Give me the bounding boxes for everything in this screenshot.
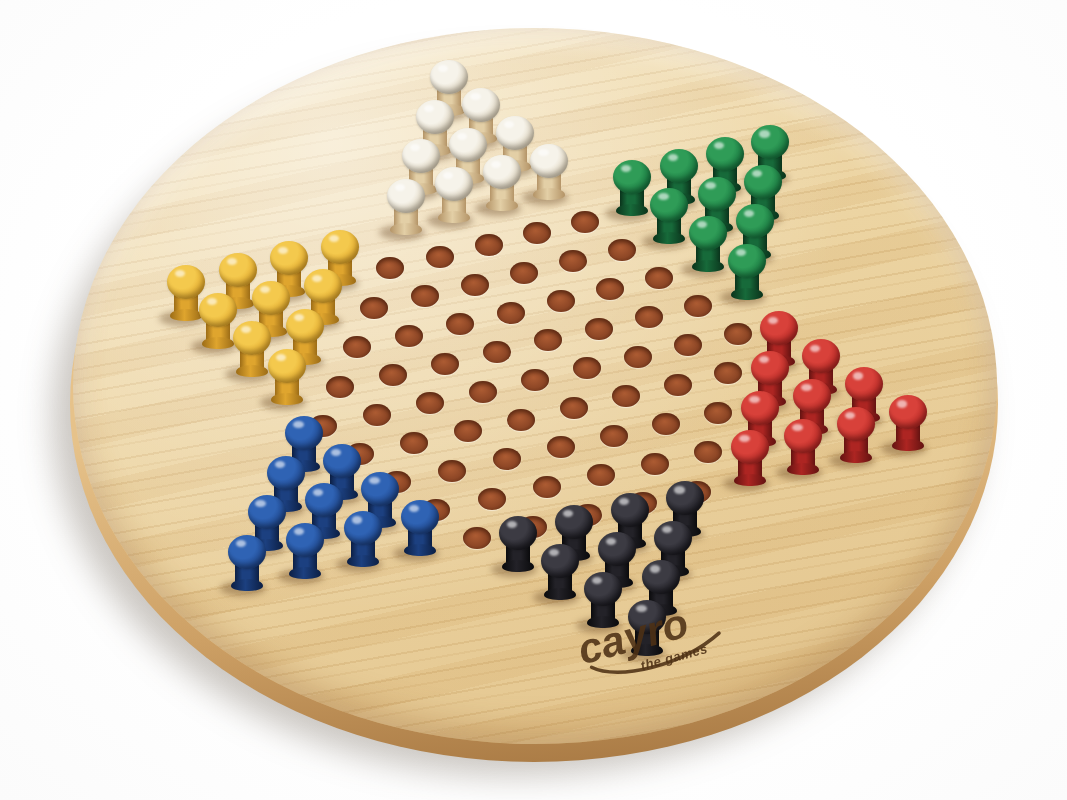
peg-foot <box>692 260 724 272</box>
peg-cap <box>361 472 399 506</box>
peg-cap <box>666 481 704 515</box>
peg-cap <box>584 572 622 606</box>
hole-empty[interactable] <box>478 488 506 510</box>
peg-foot <box>616 204 648 216</box>
peg-foot <box>170 309 202 321</box>
hole-empty[interactable] <box>645 267 673 289</box>
peg-cap <box>736 204 774 238</box>
peg-foot <box>202 337 234 349</box>
hole-empty[interactable] <box>641 453 669 475</box>
peg-cap <box>199 293 237 327</box>
peg-cap <box>751 351 789 385</box>
hole-empty[interactable] <box>559 250 587 272</box>
peg-cap <box>751 125 789 159</box>
peg-cap <box>611 493 649 527</box>
peg-yellow[interactable] <box>233 321 271 377</box>
peg-cap <box>744 165 782 199</box>
hole-empty[interactable] <box>585 318 613 340</box>
hole-empty[interactable] <box>560 397 588 419</box>
peg-foot <box>502 560 534 572</box>
peg-cap <box>530 144 568 178</box>
hole-empty[interactable] <box>587 464 615 486</box>
hole-empty[interactable] <box>704 402 732 424</box>
peg-yellow[interactable] <box>199 293 237 349</box>
hole-empty[interactable] <box>652 413 680 435</box>
peg-foot <box>289 567 321 579</box>
peg-cap <box>248 495 286 529</box>
peg-cap <box>483 155 521 189</box>
peg-cap <box>268 349 306 383</box>
peg-black[interactable] <box>541 544 579 600</box>
peg-cap <box>286 523 324 557</box>
peg-cap <box>760 311 798 345</box>
peg-blue[interactable] <box>286 523 324 579</box>
hole-empty[interactable] <box>510 262 538 284</box>
peg-cap <box>889 395 927 429</box>
hole-empty[interactable] <box>507 409 535 431</box>
hole-empty[interactable] <box>411 285 439 307</box>
peg-cap <box>784 419 822 453</box>
peg-cap <box>304 269 342 303</box>
peg-cap <box>654 521 692 555</box>
hole-empty[interactable] <box>360 297 388 319</box>
peg-cap <box>321 230 359 264</box>
peg-cap <box>613 160 651 194</box>
hole-empty[interactable] <box>363 404 391 426</box>
peg-red[interactable] <box>889 395 927 451</box>
peg-cap <box>252 281 290 315</box>
peg-foot <box>390 223 422 235</box>
hole-empty[interactable] <box>343 336 371 358</box>
peg-foot <box>533 188 565 200</box>
peg-cap <box>802 339 840 373</box>
peg-green[interactable] <box>689 216 727 272</box>
hole-empty[interactable] <box>684 295 712 317</box>
hole-empty[interactable] <box>326 376 354 398</box>
peg-foot <box>787 463 819 475</box>
peg-foot <box>236 365 268 377</box>
hole-empty[interactable] <box>571 211 599 233</box>
hole-empty[interactable] <box>431 353 459 375</box>
peg-cap <box>286 309 324 343</box>
peg-cap <box>698 177 736 211</box>
hole-empty[interactable] <box>483 341 511 363</box>
peg-cap <box>449 128 487 162</box>
peg-cap <box>401 500 439 534</box>
hole-empty[interactable] <box>395 325 423 347</box>
peg-cap <box>845 367 883 401</box>
peg-cap <box>267 456 305 490</box>
hole-empty[interactable] <box>573 357 601 379</box>
peg-cap <box>706 137 744 171</box>
peg-foot <box>731 288 763 300</box>
hole-empty[interactable] <box>379 364 407 386</box>
hole-empty[interactable] <box>612 385 640 407</box>
peg-cap <box>689 216 727 250</box>
peg-foot <box>347 555 379 567</box>
hole-empty[interactable] <box>533 476 561 498</box>
hole-empty[interactable] <box>469 381 497 403</box>
peg-foot <box>653 232 685 244</box>
peg-white[interactable] <box>483 155 521 211</box>
peg-foot <box>734 474 766 486</box>
hole-empty[interactable] <box>454 420 482 442</box>
peg-cap <box>435 167 473 201</box>
peg-red[interactable] <box>837 407 875 463</box>
peg-foot <box>404 544 436 556</box>
hole-empty[interactable] <box>461 274 489 296</box>
peg-cap <box>344 511 382 545</box>
peg-cap <box>496 116 534 150</box>
peg-foot <box>892 439 924 451</box>
peg-cap <box>499 516 537 550</box>
hole-empty[interactable] <box>376 257 404 279</box>
peg-white[interactable] <box>435 167 473 223</box>
peg-foot <box>840 451 872 463</box>
peg-foot <box>231 579 263 591</box>
peg-white[interactable] <box>530 144 568 200</box>
hole-empty[interactable] <box>426 246 454 268</box>
peg-red[interactable] <box>784 419 822 475</box>
hole-empty[interactable] <box>714 362 742 384</box>
hole-empty[interactable] <box>475 234 503 256</box>
hole-empty[interactable] <box>635 306 663 328</box>
peg-green[interactable] <box>613 160 651 216</box>
hole-empty[interactable] <box>664 374 692 396</box>
hole-empty[interactable] <box>416 392 444 414</box>
hole-empty[interactable] <box>400 432 428 454</box>
peg-white[interactable] <box>387 179 425 235</box>
hole-empty[interactable] <box>534 329 562 351</box>
peg-cap <box>233 321 271 355</box>
peg-cap <box>741 391 779 425</box>
peg-cap <box>837 407 875 441</box>
peg-green[interactable] <box>650 188 688 244</box>
hole-empty[interactable] <box>521 369 549 391</box>
hole-empty[interactable] <box>596 278 624 300</box>
hole-empty[interactable] <box>608 239 636 261</box>
peg-cap <box>462 88 500 122</box>
peg-cap <box>728 244 766 278</box>
hole-empty[interactable] <box>724 323 752 345</box>
peg-cap <box>387 179 425 213</box>
peg-yellow[interactable] <box>268 349 306 405</box>
peg-cap <box>541 544 579 578</box>
hole-empty[interactable] <box>547 290 575 312</box>
peg-cap <box>270 241 308 275</box>
hole-empty[interactable] <box>547 436 575 458</box>
peg-cap <box>228 535 266 569</box>
peg-foot <box>544 588 576 600</box>
peg-cap <box>731 430 769 464</box>
hole-empty[interactable] <box>624 346 652 368</box>
peg-blue[interactable] <box>344 511 382 567</box>
peg-cap <box>555 505 593 539</box>
peg-cap <box>305 483 343 517</box>
hole-empty[interactable] <box>438 460 466 482</box>
hole-empty[interactable] <box>694 441 722 463</box>
hole-empty[interactable] <box>446 313 474 335</box>
peg-blue[interactable] <box>228 535 266 591</box>
peg-field <box>0 0 1067 800</box>
peg-blue[interactable] <box>401 500 439 556</box>
peg-cap <box>642 560 680 594</box>
peg-foot <box>271 393 303 405</box>
peg-cap <box>323 444 361 478</box>
hole-empty[interactable] <box>600 425 628 447</box>
peg-green[interactable] <box>728 244 766 300</box>
peg-cap <box>285 416 323 450</box>
peg-cap <box>793 379 831 413</box>
peg-cap <box>402 139 440 173</box>
hole-empty[interactable] <box>497 302 525 324</box>
peg-cap <box>660 149 698 183</box>
hole-empty[interactable] <box>463 527 491 549</box>
hole-empty[interactable] <box>493 448 521 470</box>
photo-stage: cayro the games <box>0 0 1067 800</box>
peg-cap <box>650 188 688 222</box>
peg-red[interactable] <box>731 430 769 486</box>
peg-foot <box>438 211 470 223</box>
peg-cap <box>598 532 636 566</box>
peg-foot <box>486 199 518 211</box>
hole-empty[interactable] <box>674 334 702 356</box>
hole-empty[interactable] <box>523 222 551 244</box>
peg-black[interactable] <box>499 516 537 572</box>
